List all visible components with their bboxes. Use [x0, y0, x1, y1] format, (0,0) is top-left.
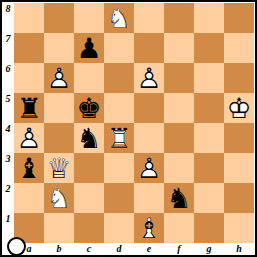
rank-label-8: 8	[2, 3, 14, 33]
square-c3[interactable]	[74, 153, 104, 183]
square-f8[interactable]	[164, 3, 194, 33]
black-bishop-icon: ♝	[14, 153, 44, 183]
square-a3[interactable]: ♝	[14, 153, 44, 183]
square-g7[interactable]	[194, 33, 224, 63]
white-pawn-icon: ♙	[134, 153, 164, 183]
square-b1[interactable]	[44, 213, 74, 243]
square-a6[interactable]	[14, 63, 44, 93]
bishop-fill-glyph: ♝	[134, 213, 164, 243]
square-d6[interactable]	[104, 63, 134, 93]
white-knight-icon: ♘	[104, 3, 134, 33]
square-f1[interactable]	[164, 213, 194, 243]
square-c7[interactable]: ♟	[74, 33, 104, 63]
black-pawn-icon: ♟	[74, 33, 104, 63]
piece-white-pawn-e3[interactable]: ♟♙	[134, 153, 164, 183]
white-queen-icon: ♕	[44, 153, 74, 183]
square-d4[interactable]: ♜♖	[104, 123, 134, 153]
square-b5[interactable]	[44, 93, 74, 123]
piece-black-knight-f2[interactable]: ♞	[164, 183, 194, 213]
rank-label-3: 3	[2, 153, 14, 183]
square-c5[interactable]: ♚	[74, 93, 104, 123]
square-a8[interactable]	[14, 3, 44, 33]
pawn-fill-glyph: ♟	[44, 63, 74, 93]
rank-label-5: 5	[2, 93, 14, 123]
square-a4[interactable]: ♟♙	[14, 123, 44, 153]
side-to-move-indicator	[7, 237, 26, 256]
square-g8[interactable]	[194, 3, 224, 33]
square-d7[interactable]	[104, 33, 134, 63]
rank-label-6: 6	[2, 63, 14, 93]
file-labels: abcdefgh	[14, 243, 254, 255]
square-g3[interactable]	[194, 153, 224, 183]
king-fill-glyph: ♚	[224, 93, 254, 123]
rank-label-2: 2	[2, 183, 14, 213]
file-label-b: b	[44, 243, 74, 255]
piece-white-knight-d8[interactable]: ♞♘	[104, 3, 134, 33]
square-c4[interactable]: ♞	[74, 123, 104, 153]
file-label-d: d	[104, 243, 134, 255]
square-g1[interactable]	[194, 213, 224, 243]
square-h2[interactable]	[224, 183, 254, 213]
square-a7[interactable]	[14, 33, 44, 63]
chess-diagram: 87654321 ♞♘♟♟♙♟♙♜♚♚♔♟♙♞♜♖♝♛♕♟♙♞♘♞♝♗ abcd…	[0, 0, 257, 257]
square-h3[interactable]	[224, 153, 254, 183]
square-d8[interactable]: ♞♘	[104, 3, 134, 33]
piece-white-queen-b3[interactable]: ♛♕	[44, 153, 74, 183]
square-f5[interactable]	[164, 93, 194, 123]
square-d1[interactable]	[104, 213, 134, 243]
file-label-g: g	[194, 243, 224, 255]
square-c8[interactable]	[74, 3, 104, 33]
piece-black-pawn-c7[interactable]: ♟	[74, 33, 104, 63]
chess-board[interactable]: ♞♘♟♟♙♟♙♜♚♚♔♟♙♞♜♖♝♛♕♟♙♞♘♞♝♗	[14, 3, 254, 243]
square-g2[interactable]	[194, 183, 224, 213]
square-f4[interactable]	[164, 123, 194, 153]
black-rook-icon: ♜	[14, 93, 44, 123]
square-e5[interactable]	[134, 93, 164, 123]
piece-white-knight-b2[interactable]: ♞♘	[44, 183, 74, 213]
square-b7[interactable]	[44, 33, 74, 63]
square-g4[interactable]	[194, 123, 224, 153]
piece-white-pawn-a4[interactable]: ♟♙	[14, 123, 44, 153]
black-king-icon: ♚	[74, 93, 104, 123]
square-e2[interactable]	[134, 183, 164, 213]
square-h5[interactable]: ♚♔	[224, 93, 254, 123]
square-f7[interactable]	[164, 33, 194, 63]
rook-fill-glyph: ♜	[104, 123, 134, 153]
square-b4[interactable]	[44, 123, 74, 153]
piece-white-bishop-e1[interactable]: ♝♗	[134, 213, 164, 243]
square-g6[interactable]	[194, 63, 224, 93]
square-c6[interactable]	[74, 63, 104, 93]
piece-white-king-h5[interactable]: ♚♔	[224, 93, 254, 123]
white-pawn-icon: ♙	[134, 63, 164, 93]
square-e1[interactable]: ♝♗	[134, 213, 164, 243]
rank-labels: 87654321	[2, 3, 14, 243]
square-c2[interactable]	[74, 183, 104, 213]
square-d5[interactable]	[104, 93, 134, 123]
file-label-c: c	[74, 243, 104, 255]
square-a2[interactable]	[14, 183, 44, 213]
white-bishop-icon: ♗	[134, 213, 164, 243]
pawn-fill-glyph: ♟	[134, 63, 164, 93]
rank-label-7: 7	[2, 33, 14, 63]
white-pawn-icon: ♙	[44, 63, 74, 93]
square-f6[interactable]	[164, 63, 194, 93]
square-h4[interactable]	[224, 123, 254, 153]
piece-black-bishop-a3[interactable]: ♝	[14, 153, 44, 183]
white-knight-icon: ♘	[44, 183, 74, 213]
piece-black-knight-c4[interactable]: ♞	[74, 123, 104, 153]
square-h6[interactable]	[224, 63, 254, 93]
file-label-f: f	[164, 243, 194, 255]
piece-white-pawn-b6[interactable]: ♟♙	[44, 63, 74, 93]
square-b6[interactable]: ♟♙	[44, 63, 74, 93]
square-f3[interactable]	[164, 153, 194, 183]
square-d2[interactable]	[104, 183, 134, 213]
square-e7[interactable]	[134, 33, 164, 63]
square-h7[interactable]	[224, 33, 254, 63]
queen-fill-glyph: ♛	[44, 153, 74, 183]
square-f2[interactable]: ♞	[164, 183, 194, 213]
square-d3[interactable]	[104, 153, 134, 183]
piece-black-king-c5[interactable]: ♚	[74, 93, 104, 123]
square-e6[interactable]: ♟♙	[134, 63, 164, 93]
square-c1[interactable]	[74, 213, 104, 243]
pawn-fill-glyph: ♟	[14, 123, 44, 153]
square-g5[interactable]	[194, 93, 224, 123]
square-b8[interactable]	[44, 3, 74, 33]
white-pawn-icon: ♙	[14, 123, 44, 153]
file-label-h: h	[224, 243, 254, 255]
knight-fill-glyph: ♞	[44, 183, 74, 213]
pawn-fill-glyph: ♟	[134, 153, 164, 183]
square-h8[interactable]	[224, 3, 254, 33]
square-e8[interactable]	[134, 3, 164, 33]
black-knight-icon: ♞	[74, 123, 104, 153]
white-king-icon: ♔	[224, 93, 254, 123]
piece-white-rook-d4[interactable]: ♜♖	[104, 123, 134, 153]
square-b3[interactable]: ♛♕	[44, 153, 74, 183]
square-b2[interactable]: ♞♘	[44, 183, 74, 213]
piece-black-rook-a5[interactable]: ♜	[14, 93, 44, 123]
black-knight-icon: ♞	[164, 183, 194, 213]
knight-fill-glyph: ♞	[104, 3, 134, 33]
file-label-e: e	[134, 243, 164, 255]
square-h1[interactable]	[224, 213, 254, 243]
square-e4[interactable]	[134, 123, 164, 153]
square-e3[interactable]: ♟♙	[134, 153, 164, 183]
white-rook-icon: ♖	[104, 123, 134, 153]
piece-white-pawn-e6[interactable]: ♟♙	[134, 63, 164, 93]
rank-label-4: 4	[2, 123, 14, 153]
square-a5[interactable]: ♜	[14, 93, 44, 123]
